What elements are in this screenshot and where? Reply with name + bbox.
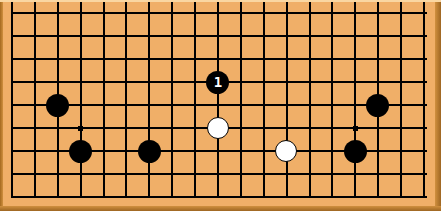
move-1-stone: 1 [206, 71, 229, 94]
goban-grid: 1 [1, 2, 436, 209]
board-edge-bottom [0, 206, 441, 211]
board-edge-left [0, 0, 3, 211]
board-edge-right [435, 0, 441, 211]
white-stone [275, 140, 297, 162]
white-stone [207, 117, 229, 139]
black-stone [344, 140, 367, 163]
black-stone [69, 140, 92, 163]
star-point-marker [78, 126, 83, 131]
board-edge-highlight-top [0, 0, 441, 2]
star-point-marker [353, 126, 358, 131]
black-stone [366, 94, 389, 117]
black-stone [46, 94, 69, 117]
move-number-label: 1 [214, 75, 222, 89]
go-board-diagram: 1 [0, 0, 441, 211]
black-stone [138, 140, 161, 163]
